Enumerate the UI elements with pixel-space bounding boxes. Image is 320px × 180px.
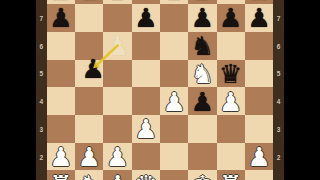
piece-white-rook-a1[interactable]: ♜ xyxy=(47,170,75,180)
square-e2[interactable] xyxy=(160,143,188,171)
square-d5[interactable] xyxy=(132,60,160,88)
piece-white-pawn-c2[interactable]: ♟ xyxy=(103,143,131,171)
rank-label-7-left: 7 xyxy=(36,14,47,21)
square-c5[interactable] xyxy=(103,60,131,88)
piece-white-knight-b1[interactable]: ♞ xyxy=(75,170,103,180)
piece-white-bishop-c1[interactable]: ♝ xyxy=(103,170,131,180)
rank-label-2-left: 2 xyxy=(36,153,47,160)
rank-label-6-left: 6 xyxy=(36,42,47,49)
piece-white-pawn-d3[interactable]: ♟ xyxy=(132,115,160,143)
square-e6[interactable] xyxy=(160,32,188,60)
square-f2[interactable] xyxy=(188,143,216,171)
piece-white-pawn-h2[interactable]: ♟ xyxy=(245,143,273,171)
rank-label-strip-left: 765432 xyxy=(36,0,47,180)
rank-label-5-right: 5 xyxy=(273,70,284,77)
piece-black-bishop-c8[interactable]: ♝ xyxy=(103,0,131,4)
rank-label-3-right: 3 xyxy=(273,125,284,132)
piece-black-pawn-h7[interactable]: ♟ xyxy=(245,4,273,32)
square-e5[interactable] xyxy=(160,60,188,88)
square-e7[interactable] xyxy=(160,4,188,32)
piece-white-rook-g1[interactable]: ♜ xyxy=(217,170,245,180)
square-c4[interactable] xyxy=(103,87,131,115)
square-b3[interactable] xyxy=(75,115,103,143)
rank-label-4-right: 4 xyxy=(273,98,284,105)
piece-white-queen-d1[interactable]: ♛ xyxy=(132,170,160,180)
piece-black-pawn-a7[interactable]: ♟ xyxy=(47,4,75,32)
square-b7[interactable] xyxy=(75,4,103,32)
piece-black-pawn-f4[interactable]: ♟ xyxy=(188,87,216,115)
piece-white-king-f1[interactable]: ♚ xyxy=(188,170,216,180)
piece-white-pawn-g4[interactable]: ♟ xyxy=(217,87,245,115)
square-e3[interactable] xyxy=(160,115,188,143)
square-d6[interactable] xyxy=(132,32,160,60)
right-black-border xyxy=(284,0,320,180)
square-d2[interactable] xyxy=(132,143,160,171)
rank-label-2-right: 2 xyxy=(273,153,284,160)
square-g2[interactable] xyxy=(217,143,245,171)
piece-black-knight-f6[interactable]: ♞ xyxy=(188,32,216,60)
piece-white-pawn-e4[interactable]: ♟ xyxy=(160,87,188,115)
square-a4[interactable] xyxy=(47,87,75,115)
square-d4[interactable] xyxy=(132,87,160,115)
piece-black-knight-b8[interactable]: ♞ xyxy=(75,0,103,4)
piece-white-pawn-a2[interactable]: ♟ xyxy=(47,143,75,171)
square-g6[interactable] xyxy=(217,32,245,60)
rank-label-5-left: 5 xyxy=(36,70,47,77)
square-f3[interactable] xyxy=(188,115,216,143)
left-black-border xyxy=(0,0,36,180)
square-h6[interactable] xyxy=(245,32,273,60)
ghost-black-pawn-c6: ♟ xyxy=(103,32,131,60)
rank-label-6-right: 6 xyxy=(273,42,284,49)
rank-label-7-right: 7 xyxy=(273,14,284,21)
piece-white-pawn-b2[interactable]: ♟ xyxy=(75,143,103,171)
square-a5[interactable] xyxy=(47,60,75,88)
square-h4[interactable] xyxy=(245,87,273,115)
piece-white-knight-f5[interactable]: ♞ xyxy=(188,60,216,88)
square-h5[interactable] xyxy=(245,60,273,88)
chess-board[interactable]: ♟♜♞♝♚♝♜♟♟♟♟♟♞♟♞♛♟♟♟♟♟♟♟♟♜♞♝♛♚♜ xyxy=(47,0,274,180)
piece-black-pawn-d7[interactable]: ♟ xyxy=(132,4,160,32)
rank-label-3-left: 3 xyxy=(36,125,47,132)
square-h3[interactable] xyxy=(245,115,273,143)
piece-black-pawn-f7[interactable]: ♟ xyxy=(188,4,216,32)
chess-video-frame: 765432 765432 ♟♜♞♝♚♝♜♟♟♟♟♟♞♟♞♛♟♟♟♟♟♟♟♟♜♞… xyxy=(0,0,320,180)
piece-black-king-e8[interactable]: ♚ xyxy=(160,0,188,4)
square-a6[interactable] xyxy=(47,32,75,60)
square-b4[interactable] xyxy=(75,87,103,115)
square-a3[interactable] xyxy=(47,115,75,143)
square-c3[interactable] xyxy=(103,115,131,143)
piece-black-pawn-b5[interactable]: ♟ xyxy=(79,55,107,83)
square-e1[interactable] xyxy=(160,170,188,180)
square-g3[interactable] xyxy=(217,115,245,143)
piece-black-pawn-g7[interactable]: ♟ xyxy=(217,4,245,32)
rank-label-4-left: 4 xyxy=(36,98,47,105)
square-c7[interactable] xyxy=(103,4,131,32)
piece-black-queen-g5[interactable]: ♛ xyxy=(217,60,245,88)
rank-label-strip-right: 765432 xyxy=(273,0,284,180)
